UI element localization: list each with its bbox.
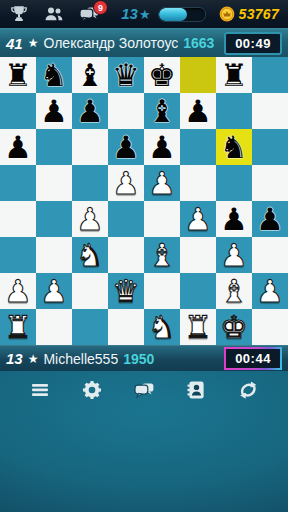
menu-icon[interactable] — [25, 377, 55, 403]
square-f3[interactable] — [180, 237, 216, 273]
square-d1[interactable] — [108, 309, 144, 345]
white-pawn: ♟ — [184, 201, 212, 237]
square-a7[interactable] — [0, 93, 36, 129]
opponent-clock: 00:49 — [224, 32, 282, 55]
square-f5[interactable] — [180, 165, 216, 201]
level-indicator: 13★ — [121, 5, 150, 23]
square-e7[interactable]: ♝ — [144, 93, 180, 129]
black-pawn: ♟ — [184, 93, 212, 129]
square-a1[interactable]: ♜ — [0, 309, 36, 345]
square-d6[interactable]: ♟ — [108, 129, 144, 165]
square-f1[interactable]: ♜ — [180, 309, 216, 345]
square-c1[interactable] — [72, 309, 108, 345]
square-a6[interactable]: ♟ — [0, 129, 36, 165]
square-b8[interactable]: ♞ — [36, 57, 72, 93]
square-b7[interactable]: ♟ — [36, 93, 72, 129]
square-h6[interactable] — [252, 129, 288, 165]
square-c4[interactable]: ♟ — [72, 201, 108, 237]
app-screen: 9 13★ 53767 41 ★ Олександр Золотоус — [0, 0, 288, 512]
square-c6[interactable] — [72, 129, 108, 165]
white-rook: ♜ — [4, 309, 32, 345]
square-g1[interactable]: ♚ — [216, 309, 252, 345]
white-rook: ♜ — [184, 309, 212, 345]
coins-indicator[interactable]: 53767 — [219, 6, 279, 22]
black-knight: ♞ — [40, 57, 68, 93]
trophy-icon[interactable] — [9, 4, 29, 24]
chat-icon[interactable]: 9 — [79, 5, 100, 23]
square-h3[interactable] — [252, 237, 288, 273]
square-b3[interactable] — [36, 237, 72, 273]
level-value: 13 — [121, 5, 138, 22]
square-g3[interactable]: ♟ — [216, 237, 252, 273]
square-h1[interactable] — [252, 309, 288, 345]
bottom-area — [0, 371, 288, 512]
square-b4[interactable] — [36, 201, 72, 237]
square-d2[interactable]: ♛ — [108, 273, 144, 309]
square-b2[interactable]: ♟ — [36, 273, 72, 309]
square-g6[interactable]: ♞ — [216, 129, 252, 165]
status-bar-right: 13★ 53767 — [121, 5, 279, 23]
black-bishop: ♝ — [76, 57, 104, 93]
white-pawn: ♟ — [256, 273, 284, 309]
black-pawn: ♟ — [148, 129, 176, 165]
square-g4[interactable]: ♟ — [216, 201, 252, 237]
white-knight: ♞ — [76, 237, 104, 273]
black-pawn: ♟ — [220, 201, 248, 237]
white-pawn: ♟ — [40, 273, 68, 309]
square-d8[interactable]: ♛ — [108, 57, 144, 93]
square-d4[interactable] — [108, 201, 144, 237]
chat-icon[interactable] — [129, 377, 159, 403]
square-e5[interactable]: ♟ — [144, 165, 180, 201]
white-bishop: ♝ — [148, 237, 176, 273]
square-d7[interactable] — [108, 93, 144, 129]
player-rating: 1950 — [123, 351, 154, 367]
toolbar — [0, 371, 288, 406]
player-bar: 13 ★ Michelle555 1950 00:44 — [0, 345, 288, 371]
star-icon: ★ — [28, 352, 39, 366]
coin-icon — [219, 6, 235, 22]
coins-value: 53767 — [239, 6, 279, 22]
black-pawn: ♟ — [4, 129, 32, 165]
square-a3[interactable] — [0, 237, 36, 273]
opponent-bar: 41 ★ Олександр Золотоус 1663 00:49 — [0, 28, 288, 57]
black-pawn: ♟ — [40, 93, 68, 129]
black-pawn: ♟ — [256, 201, 284, 237]
square-e6[interactable]: ♟ — [144, 129, 180, 165]
square-g7[interactable] — [216, 93, 252, 129]
square-h7[interactable] — [252, 93, 288, 129]
square-e2[interactable] — [144, 273, 180, 309]
square-a2[interactable]: ♟ — [0, 273, 36, 309]
white-queen: ♛ — [112, 273, 140, 309]
square-b5[interactable] — [36, 165, 72, 201]
level-progress-fill — [159, 8, 188, 21]
square-h5[interactable] — [252, 165, 288, 201]
opponent-level: 41 — [6, 35, 23, 52]
player-level: 13 — [6, 350, 23, 367]
square-g5[interactable] — [216, 165, 252, 201]
white-bishop: ♝ — [220, 273, 248, 309]
square-c3[interactable]: ♞ — [72, 237, 108, 273]
black-pawn: ♟ — [76, 93, 104, 129]
white-pawn: ♟ — [76, 201, 104, 237]
square-d5[interactable]: ♟ — [108, 165, 144, 201]
square-f8[interactable] — [180, 57, 216, 93]
square-g8[interactable]: ♜ — [216, 57, 252, 93]
square-h4[interactable]: ♟ — [252, 201, 288, 237]
square-e8[interactable]: ♚ — [144, 57, 180, 93]
friends-icon[interactable] — [44, 5, 64, 23]
square-h8[interactable] — [252, 57, 288, 93]
white-knight: ♞ — [148, 309, 176, 345]
opponent-rating: 1663 — [183, 35, 214, 51]
square-c8[interactable]: ♝ — [72, 57, 108, 93]
white-pawn: ♟ — [148, 165, 176, 201]
square-f2[interactable] — [180, 273, 216, 309]
star-icon: ★ — [28, 36, 39, 50]
square-b1[interactable] — [36, 309, 72, 345]
black-king: ♚ — [148, 57, 176, 93]
swap-icon[interactable] — [233, 377, 263, 403]
square-b6[interactable] — [36, 129, 72, 165]
black-queen: ♛ — [112, 57, 140, 93]
opponent-name[interactable]: Олександр Золотоус — [43, 35, 178, 51]
square-e1[interactable]: ♞ — [144, 309, 180, 345]
square-f6[interactable] — [180, 129, 216, 165]
square-a5[interactable] — [0, 165, 36, 201]
square-e3[interactable]: ♝ — [144, 237, 180, 273]
white-pawn: ♟ — [220, 237, 248, 273]
chess-board[interactable]: ♜♞♝♛♚♜♟♟♝♟♟♟♟♞♟♟♟♟♟♟♞♝♟♟♟♛♝♟♜♞♜♚ — [0, 57, 288, 345]
square-e4[interactable] — [144, 201, 180, 237]
black-knight: ♞ — [220, 129, 248, 165]
square-a4[interactable] — [0, 201, 36, 237]
star-icon: ★ — [139, 7, 151, 22]
square-f7[interactable]: ♟ — [180, 93, 216, 129]
white-pawn: ♟ — [4, 273, 32, 309]
status-bar: 9 13★ 53767 — [0, 0, 288, 28]
square-h2[interactable]: ♟ — [252, 273, 288, 309]
chat-badge: 9 — [93, 0, 108, 15]
black-rook: ♜ — [220, 57, 248, 93]
square-c7[interactable]: ♟ — [72, 93, 108, 129]
player-clock: 00:44 — [224, 347, 282, 370]
square-d3[interactable] — [108, 237, 144, 273]
black-rook: ♜ — [4, 57, 32, 93]
square-g2[interactable]: ♝ — [216, 273, 252, 309]
settings-icon[interactable] — [77, 377, 107, 403]
square-a8[interactable]: ♜ — [0, 57, 36, 93]
level-progress-bar — [158, 7, 206, 22]
white-pawn: ♟ — [112, 165, 140, 201]
black-bishop: ♝ — [148, 93, 176, 129]
contacts-icon[interactable] — [181, 377, 211, 403]
black-pawn: ♟ — [112, 129, 140, 165]
status-bar-left: 9 — [9, 4, 100, 24]
white-king: ♚ — [220, 309, 248, 345]
square-c2[interactable] — [72, 273, 108, 309]
square-c5[interactable] — [72, 165, 108, 201]
player-name[interactable]: Michelle555 — [43, 351, 118, 367]
square-f4[interactable]: ♟ — [180, 201, 216, 237]
